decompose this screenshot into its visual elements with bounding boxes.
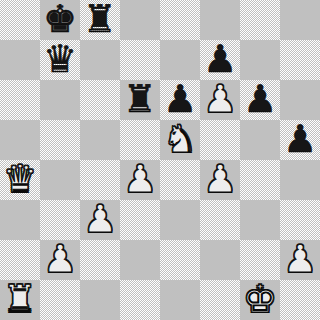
piece-white-queen[interactable]: ♛ [3,159,37,199]
square-d4[interactable]: ♟ [120,160,160,200]
piece-black-pawn[interactable]: ♟ [243,79,277,119]
piece-black-pawn[interactable]: ♟ [163,79,197,119]
square-h1[interactable] [280,280,320,320]
square-b3[interactable] [40,200,80,240]
square-g7[interactable] [240,40,280,80]
square-a5[interactable] [0,120,40,160]
square-h2[interactable]: ♟ [280,240,320,280]
piece-black-pawn[interactable]: ♟ [283,119,317,159]
square-e4[interactable] [160,160,200,200]
square-g8[interactable] [240,0,280,40]
piece-white-pawn[interactable]: ♟ [83,199,117,239]
square-g1[interactable]: ♚ [240,280,280,320]
square-d1[interactable] [120,280,160,320]
square-h6[interactable] [280,80,320,120]
piece-black-rook[interactable]: ♜ [123,79,157,119]
square-b2[interactable]: ♟ [40,240,80,280]
square-b4[interactable] [40,160,80,200]
square-e2[interactable] [160,240,200,280]
square-h7[interactable] [280,40,320,80]
square-f3[interactable] [200,200,240,240]
square-a1[interactable]: ♜ [0,280,40,320]
square-c1[interactable] [80,280,120,320]
piece-white-knight[interactable]: ♞ [163,119,197,159]
square-f2[interactable] [200,240,240,280]
square-b8[interactable]: ♚ [40,0,80,40]
square-c8[interactable]: ♜ [80,0,120,40]
square-h5[interactable]: ♟ [280,120,320,160]
square-b6[interactable] [40,80,80,120]
chess-board-window: ♚♜♛♟♜♟♟♟♞♟♛♟♟♟♟♟♜♚ [0,0,320,320]
piece-white-pawn[interactable]: ♟ [203,79,237,119]
square-e7[interactable] [160,40,200,80]
square-c7[interactable] [80,40,120,80]
chess-board: ♚♜♛♟♜♟♟♟♞♟♛♟♟♟♟♟♜♚ [0,0,320,320]
square-e5[interactable]: ♞ [160,120,200,160]
piece-black-rook[interactable]: ♜ [83,0,117,39]
square-f7[interactable]: ♟ [200,40,240,80]
square-b5[interactable] [40,120,80,160]
square-a3[interactable] [0,200,40,240]
square-d3[interactable] [120,200,160,240]
square-g5[interactable] [240,120,280,160]
square-e6[interactable]: ♟ [160,80,200,120]
square-b1[interactable] [40,280,80,320]
square-c4[interactable] [80,160,120,200]
square-a4[interactable]: ♛ [0,160,40,200]
square-e8[interactable] [160,0,200,40]
square-g2[interactable] [240,240,280,280]
piece-white-pawn[interactable]: ♟ [283,239,317,279]
piece-white-pawn[interactable]: ♟ [123,159,157,199]
square-a2[interactable] [0,240,40,280]
square-f5[interactable] [200,120,240,160]
square-e3[interactable] [160,200,200,240]
piece-white-rook[interactable]: ♜ [3,279,37,319]
square-c3[interactable]: ♟ [80,200,120,240]
square-f4[interactable]: ♟ [200,160,240,200]
square-d6[interactable]: ♜ [120,80,160,120]
square-d8[interactable] [120,0,160,40]
square-f6[interactable]: ♟ [200,80,240,120]
square-c6[interactable] [80,80,120,120]
piece-black-queen[interactable]: ♛ [43,39,77,79]
piece-white-pawn[interactable]: ♟ [43,239,77,279]
square-a8[interactable] [0,0,40,40]
square-f1[interactable] [200,280,240,320]
square-d7[interactable] [120,40,160,80]
square-g4[interactable] [240,160,280,200]
square-g3[interactable] [240,200,280,240]
square-a6[interactable] [0,80,40,120]
square-d2[interactable] [120,240,160,280]
square-b7[interactable]: ♛ [40,40,80,80]
piece-black-pawn[interactable]: ♟ [203,39,237,79]
square-e1[interactable] [160,280,200,320]
square-g6[interactable]: ♟ [240,80,280,120]
square-d5[interactable] [120,120,160,160]
piece-black-king[interactable]: ♚ [43,0,77,39]
square-h4[interactable] [280,160,320,200]
square-c2[interactable] [80,240,120,280]
square-f8[interactable] [200,0,240,40]
piece-white-pawn[interactable]: ♟ [203,159,237,199]
square-a7[interactable] [0,40,40,80]
square-c5[interactable] [80,120,120,160]
square-h8[interactable] [280,0,320,40]
square-h3[interactable] [280,200,320,240]
piece-white-king[interactable]: ♚ [243,279,277,319]
